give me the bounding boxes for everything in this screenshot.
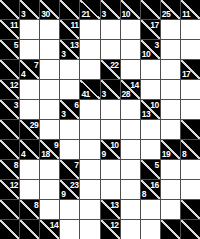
clue-cell-r11c5: 12 [101, 220, 120, 239]
white-cell-r11c7[interactable] [141, 220, 160, 239]
white-cell-r10c3[interactable] [60, 200, 79, 219]
white-cell-r3c6[interactable] [121, 60, 140, 79]
across-clue: 5 [155, 161, 159, 170]
clue-cell-r0c8: 25 [161, 0, 180, 19]
clue-cell-r2c0: 5 [0, 40, 19, 59]
white-cell-r8c4[interactable] [80, 160, 99, 179]
down-clue: 13 [142, 110, 150, 119]
clue-cell-r2c3: 313 [60, 40, 79, 59]
down-clue: 3 [102, 90, 106, 99]
clue-cell-r0c6: 10 [121, 0, 140, 19]
black-cell [161, 220, 180, 239]
across-clue: 8 [34, 201, 38, 210]
clue-cell-r10c1: 8 [20, 200, 39, 219]
white-cell-r1c5[interactable] [101, 20, 120, 39]
white-cell-r7c3[interactable] [60, 140, 79, 159]
white-cell-r6c3[interactable] [60, 120, 79, 139]
black-cell [0, 0, 19, 19]
down-clue: 3 [61, 50, 65, 59]
clue-cell-r8c3: 7 [60, 160, 79, 179]
white-cell-r2c4[interactable] [80, 40, 99, 59]
clue-cell-r8c7: 5 [141, 160, 160, 179]
black-cell [0, 200, 19, 219]
white-cell-r4c3[interactable] [60, 80, 79, 99]
white-cell-r9c6[interactable] [121, 180, 140, 199]
clue-cell-r5c3: 36 [60, 100, 79, 119]
white-cell-r2c9[interactable] [181, 40, 200, 59]
down-clue: 18 [41, 150, 49, 159]
across-clue: 12 [110, 221, 118, 230]
white-cell-r9c4[interactable] [80, 180, 99, 199]
white-cell-r8c8[interactable] [161, 160, 180, 179]
down-clue: 30 [41, 10, 49, 19]
white-cell-r4c9[interactable] [181, 80, 200, 99]
black-cell [20, 220, 39, 239]
white-cell-r5c1[interactable] [20, 100, 39, 119]
white-cell-r4c8[interactable] [161, 80, 180, 99]
clue-cell-r0c4: 21 [80, 0, 99, 19]
across-clue: 7 [34, 61, 38, 70]
across-clue: 8 [14, 161, 18, 170]
white-cell-r8c9[interactable] [181, 160, 200, 179]
clue-cell-r7c1: 4 [20, 140, 39, 159]
down-clue: 41 [81, 90, 89, 99]
black-cell [0, 220, 19, 239]
white-cell-r11c3[interactable] [60, 220, 79, 239]
white-cell-r5c6[interactable] [121, 100, 140, 119]
clue-cell-r1c7: 17 [141, 20, 160, 39]
clue-cell-r3c9: 17 [181, 60, 200, 79]
across-clue: 3 [155, 41, 159, 50]
white-cell-r8c2[interactable] [40, 160, 59, 179]
clue-cell-r2c7: 103 [141, 40, 160, 59]
white-cell-r8c1[interactable] [20, 160, 39, 179]
clue-cell-r5c7: 1310 [141, 100, 160, 119]
white-cell-r5c4[interactable] [80, 100, 99, 119]
clue-cell-r1c3: 11 [60, 20, 79, 39]
across-clue: 9 [54, 141, 58, 150]
white-cell-r6c6[interactable] [121, 120, 140, 139]
down-clue: 3 [21, 10, 25, 19]
across-clue: 16 [150, 181, 158, 190]
white-cell-r10c6[interactable] [121, 200, 140, 219]
black-cell [181, 220, 200, 239]
across-clue: 12 [10, 181, 18, 190]
white-cell-r3c3[interactable] [60, 60, 79, 79]
white-cell-r4c1[interactable] [20, 80, 39, 99]
clue-cell-r6c1: 29 [20, 120, 39, 139]
white-cell-r9c8[interactable] [161, 180, 180, 199]
across-clue: 14 [50, 221, 58, 230]
across-clue: 6 [74, 101, 78, 110]
across-clue: 13 [110, 201, 118, 210]
white-cell-r2c8[interactable] [161, 40, 180, 59]
clue-cell-r1c0: 11 [0, 20, 19, 39]
across-clue: 17 [150, 21, 158, 30]
white-cell-r10c8[interactable] [161, 200, 180, 219]
down-clue: 9 [102, 150, 106, 159]
clue-cell-r4c4: 41 [80, 80, 99, 99]
white-cell-r4c2[interactable] [40, 80, 59, 99]
white-cell-r3c4[interactable] [80, 60, 99, 79]
white-cell-r3c8[interactable] [161, 60, 180, 79]
white-cell-r1c2[interactable] [40, 20, 59, 39]
white-cell-r2c6[interactable] [121, 40, 140, 59]
white-cell-r1c8[interactable] [161, 20, 180, 39]
clue-cell-r8c0: 8 [0, 160, 19, 179]
white-cell-r6c2[interactable] [40, 120, 59, 139]
white-cell-r11c4[interactable] [80, 220, 99, 239]
down-clue: 4 [21, 150, 25, 159]
down-clue: 9 [61, 190, 65, 199]
across-clue: 5 [14, 41, 18, 50]
clue-cell-r9c0: 12 [0, 180, 19, 199]
white-cell-r9c9[interactable] [181, 180, 200, 199]
black-cell [0, 140, 19, 159]
across-clue: 7 [74, 161, 78, 170]
down-clue: 17 [182, 70, 190, 79]
black-cell [0, 120, 19, 139]
across-clue: 12 [10, 81, 18, 90]
black-cell [0, 60, 19, 79]
white-cell-r1c1[interactable] [20, 20, 39, 39]
white-cell-r3c7[interactable] [141, 60, 160, 79]
down-clue: 4 [21, 70, 25, 79]
clue-cell-r4c6: 2814 [121, 80, 140, 99]
clue-cell-r7c5: 910 [101, 140, 120, 159]
down-clue: 19 [162, 150, 170, 159]
down-clue: 8 [142, 190, 146, 199]
white-cell-r9c1[interactable] [20, 180, 39, 199]
clue-cell-r0c9: 11 [181, 0, 200, 19]
down-clue: 3 [61, 110, 65, 119]
across-clue: 14 [130, 81, 138, 90]
white-cell-r6c4[interactable] [80, 120, 99, 139]
white-cell-r2c5[interactable] [101, 40, 120, 59]
down-clue: 11 [182, 10, 190, 19]
white-cell-r9c2[interactable] [40, 180, 59, 199]
white-cell-r5c5[interactable] [101, 100, 120, 119]
white-cell-r2c1[interactable] [20, 40, 39, 59]
white-cell-r2c2[interactable] [40, 40, 59, 59]
down-clue: 21 [81, 10, 89, 19]
white-cell-r10c4[interactable] [80, 200, 99, 219]
across-clue: 10 [110, 141, 118, 150]
clue-cell-r9c3: 923 [60, 180, 79, 199]
down-clue: 10 [142, 50, 150, 59]
across-clue: 10 [150, 101, 158, 110]
clue-cell-r0c1: 3 [20, 0, 39, 19]
across-clue: 11 [10, 21, 18, 30]
white-cell-r4c7[interactable] [141, 80, 160, 99]
white-cell-r6c7[interactable] [141, 120, 160, 139]
clue-cell-r7c2: 189 [40, 140, 59, 159]
white-cell-r11c6[interactable] [121, 220, 140, 239]
black-cell [60, 0, 79, 19]
down-clue: 28 [122, 90, 130, 99]
across-clue: 11 [70, 21, 78, 30]
down-clue: 10 [122, 10, 130, 19]
white-cell-r5c9[interactable] [181, 100, 200, 119]
clue-cell-r9c7: 816 [141, 180, 160, 199]
across-clue: 22 [110, 61, 118, 70]
white-cell-r7c4[interactable] [80, 140, 99, 159]
clue-cell-r7c8: 19 [161, 140, 180, 159]
white-cell-r1c4[interactable] [80, 20, 99, 39]
clue-cell-r3c1: 47 [20, 60, 39, 79]
white-cell-r7c7[interactable] [141, 140, 160, 159]
white-cell-r6c8[interactable] [161, 120, 180, 139]
down-clue: 8 [182, 150, 186, 159]
clue-cell-r0c5: 3 [101, 0, 120, 19]
clue-cell-r0c2: 30 [40, 0, 59, 19]
clue-cell-r3c5: 22 [101, 60, 120, 79]
clue-cell-r11c2: 14 [40, 220, 59, 239]
black-cell [181, 200, 200, 219]
across-clue: 29 [30, 121, 38, 130]
down-clue: 3 [102, 10, 106, 19]
clue-cell-r5c0: 3 [0, 100, 19, 119]
white-cell-r5c8[interactable] [161, 100, 180, 119]
across-clue: 13 [70, 41, 78, 50]
clue-cell-r7c9: 8 [181, 140, 200, 159]
white-cell-r10c7[interactable] [141, 200, 160, 219]
white-cell-r6c5[interactable] [101, 120, 120, 139]
white-cell-r8c5[interactable] [101, 160, 120, 179]
across-clue: 3 [14, 101, 18, 110]
white-cell-r7c6[interactable] [121, 140, 140, 159]
white-cell-r1c9[interactable] [181, 20, 200, 39]
black-cell [141, 0, 160, 19]
across-clue: 23 [70, 181, 78, 190]
kakuro-board: 3302131025111111175313103472217124132814… [0, 0, 200, 239]
white-cell-r5c2[interactable] [40, 100, 59, 119]
white-cell-r9c5[interactable] [101, 180, 120, 199]
clue-cell-r10c5: 13 [101, 200, 120, 219]
clue-cell-r4c5: 3 [101, 80, 120, 99]
white-cell-r3c2[interactable] [40, 60, 59, 79]
black-cell [181, 120, 200, 139]
white-cell-r8c6[interactable] [121, 160, 140, 179]
down-clue: 25 [162, 10, 170, 19]
clue-cell-r4c0: 12 [0, 80, 19, 99]
white-cell-r10c2[interactable] [40, 200, 59, 219]
white-cell-r1c6[interactable] [121, 20, 140, 39]
